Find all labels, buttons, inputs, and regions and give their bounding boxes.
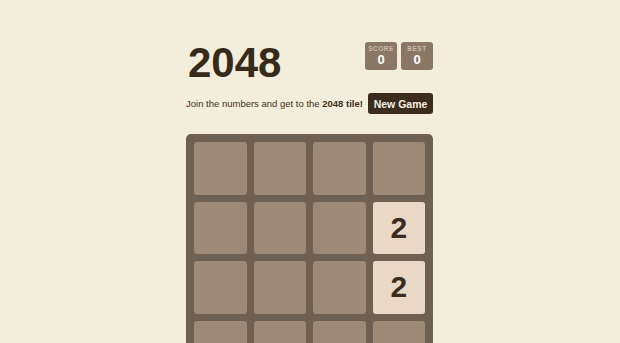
grid-cell [254,261,307,314]
tagline-regular: Join the numbers and get to the [186,98,322,109]
scores-container: SCORE 0 BEST 0 [365,42,433,70]
tile-2: 2 [373,261,426,314]
grid-cell [313,202,366,255]
grid-cell: 2 [373,202,426,255]
grid-cell [194,142,247,195]
grid-cell [194,321,247,343]
new-game-button[interactable]: New Game [368,93,433,114]
score-value: 0 [377,53,384,67]
grid-cell [313,321,366,343]
subheader: Join the numbers and get to the 2048 til… [186,93,433,114]
tagline-bold: 2048 tile! [322,98,363,109]
grid-cell [313,261,366,314]
grid-cell [373,142,426,195]
grid-cell [254,202,307,255]
grid-cell: 2 [373,261,426,314]
game-board[interactable]: 22 [186,134,433,343]
grid-cell [194,202,247,255]
page: 2048 SCORE 0 BEST 0 Join the numbers and… [0,0,620,343]
best-box: BEST 0 [401,42,433,70]
tagline: Join the numbers and get to the 2048 til… [186,98,363,109]
page-title: 2048 [188,40,281,86]
grid-cell [313,142,366,195]
game-container: 2048 SCORE 0 BEST 0 Join the numbers and… [186,0,433,343]
best-value: 0 [413,53,420,67]
score-box: SCORE 0 [365,42,397,70]
grid-cell [254,321,307,343]
grid-cell [254,142,307,195]
grid-cell [194,261,247,314]
tile-2: 2 [373,202,426,255]
header: 2048 SCORE 0 BEST 0 [186,0,433,86]
grid-cell [373,321,426,343]
